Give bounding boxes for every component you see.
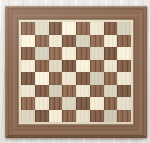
square-e7[interactable] — [76, 35, 90, 48]
square-a2[interactable] — [21, 97, 35, 110]
square-h2[interactable] — [117, 97, 131, 110]
square-h1[interactable] — [117, 110, 131, 123]
square-e3[interactable] — [76, 85, 90, 98]
square-c4[interactable] — [49, 72, 63, 85]
square-e1[interactable] — [76, 110, 90, 123]
square-h5[interactable] — [117, 60, 131, 73]
square-h3[interactable] — [117, 85, 131, 98]
square-d3[interactable] — [62, 85, 76, 98]
square-c1[interactable] — [49, 110, 63, 123]
square-d8[interactable] — [62, 22, 76, 35]
square-d5[interactable] — [62, 60, 76, 73]
square-e4[interactable] — [76, 72, 90, 85]
square-f8[interactable] — [90, 22, 104, 35]
square-c5[interactable] — [49, 60, 63, 73]
square-g4[interactable] — [104, 72, 118, 85]
square-e8[interactable] — [76, 22, 90, 35]
square-a8[interactable] — [21, 22, 35, 35]
square-c3[interactable] — [49, 85, 63, 98]
square-d4[interactable] — [62, 72, 76, 85]
square-h8[interactable] — [117, 22, 131, 35]
square-f2[interactable] — [90, 97, 104, 110]
square-c6[interactable] — [49, 47, 63, 60]
square-b1[interactable] — [35, 110, 49, 123]
square-g2[interactable] — [104, 97, 118, 110]
square-e2[interactable] — [76, 97, 90, 110]
square-b2[interactable] — [35, 97, 49, 110]
square-h7[interactable] — [117, 35, 131, 48]
square-b3[interactable] — [35, 85, 49, 98]
square-a5[interactable] — [21, 60, 35, 73]
square-g5[interactable] — [104, 60, 118, 73]
square-b6[interactable] — [35, 47, 49, 60]
square-a4[interactable] — [21, 72, 35, 85]
square-b7[interactable] — [35, 35, 49, 48]
square-f1[interactable] — [90, 110, 104, 123]
square-g8[interactable] — [104, 22, 118, 35]
square-a3[interactable] — [21, 85, 35, 98]
square-a7[interactable] — [21, 35, 35, 48]
square-b5[interactable] — [35, 60, 49, 73]
square-f3[interactable] — [90, 85, 104, 98]
table-surface — [0, 0, 150, 143]
square-a1[interactable] — [21, 110, 35, 123]
square-e5[interactable] — [76, 60, 90, 73]
square-d2[interactable] — [62, 97, 76, 110]
square-g7[interactable] — [104, 35, 118, 48]
square-d7[interactable] — [62, 35, 76, 48]
square-f4[interactable] — [90, 72, 104, 85]
chess-board — [5, 6, 147, 138]
board-inlay-border — [18, 19, 134, 125]
square-b8[interactable] — [35, 22, 49, 35]
square-c7[interactable] — [49, 35, 63, 48]
square-g6[interactable] — [104, 47, 118, 60]
square-g1[interactable] — [104, 110, 118, 123]
square-d6[interactable] — [62, 47, 76, 60]
square-b4[interactable] — [35, 72, 49, 85]
board-grid — [21, 22, 131, 122]
square-c2[interactable] — [49, 97, 63, 110]
square-h4[interactable] — [117, 72, 131, 85]
square-h6[interactable] — [117, 47, 131, 60]
square-a6[interactable] — [21, 47, 35, 60]
square-f6[interactable] — [90, 47, 104, 60]
square-c8[interactable] — [49, 22, 63, 35]
square-f7[interactable] — [90, 35, 104, 48]
square-f5[interactable] — [90, 60, 104, 73]
square-e6[interactable] — [76, 47, 90, 60]
square-g3[interactable] — [104, 85, 118, 98]
square-d1[interactable] — [62, 110, 76, 123]
